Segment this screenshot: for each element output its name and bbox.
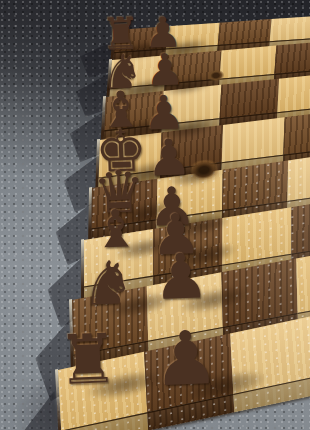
square-g5 (274, 41, 310, 74)
scene: ♜♟♞♟♝♟♚♟♛♟♝♟♞♟♜♟ (0, 0, 310, 430)
piece-dark-pawn-a7: ♟ (152, 320, 221, 396)
piece-dark-rook-a8: ♜ (56, 325, 119, 395)
piece-dark-pawn-b7: ♟ (152, 245, 210, 309)
square-e5 (283, 110, 310, 155)
square-h5 (270, 15, 310, 41)
piece-dark-knight-b8: ♞ (80, 252, 136, 314)
square-f5 (277, 73, 310, 112)
